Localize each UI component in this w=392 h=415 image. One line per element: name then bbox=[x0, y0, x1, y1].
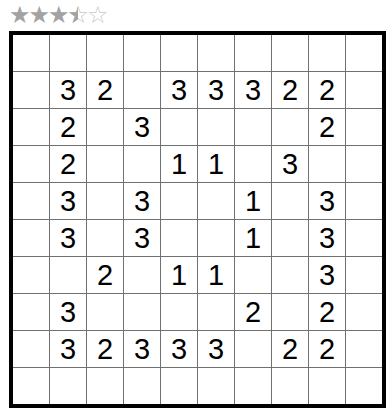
cell-r7c3: 2 bbox=[87, 257, 123, 293]
cell-r4c8: 3 bbox=[272, 146, 308, 182]
clue-number: 3 bbox=[60, 298, 76, 327]
cell-r10c8[interactable] bbox=[272, 368, 308, 404]
cell-r6c1[interactable] bbox=[13, 220, 49, 256]
cell-r6c2: 3 bbox=[50, 220, 86, 256]
cell-r2c7: 3 bbox=[235, 72, 271, 108]
cell-r4c5: 1 bbox=[161, 146, 197, 182]
cell-r8c3[interactable] bbox=[87, 294, 123, 330]
cell-r1c5[interactable] bbox=[161, 35, 197, 71]
clue-number: 3 bbox=[134, 224, 150, 253]
cell-r5c8[interactable] bbox=[272, 183, 308, 219]
cell-r9c8: 2 bbox=[272, 331, 308, 367]
cell-r1c3[interactable] bbox=[87, 35, 123, 71]
cell-r10c6[interactable] bbox=[198, 368, 234, 404]
star-icon-half: ☆★ bbox=[68, 1, 88, 29]
clue-number: 2 bbox=[245, 298, 261, 327]
cell-r8c5[interactable] bbox=[161, 294, 197, 330]
cell-r9c1[interactable] bbox=[13, 331, 49, 367]
puzzle-board: 323332223221133313331321133223233322 bbox=[9, 31, 386, 408]
cell-r4c2: 2 bbox=[50, 146, 86, 182]
clue-number: 3 bbox=[60, 224, 76, 253]
clue-number: 3 bbox=[134, 335, 150, 364]
cell-r3c2: 2 bbox=[50, 109, 86, 145]
cell-r9c10[interactable] bbox=[346, 331, 382, 367]
cell-r6c4: 3 bbox=[124, 220, 160, 256]
cell-r8c1[interactable] bbox=[13, 294, 49, 330]
cell-r7c9: 3 bbox=[309, 257, 345, 293]
cell-r7c5: 1 bbox=[161, 257, 197, 293]
cell-r6c5[interactable] bbox=[161, 220, 197, 256]
cell-r7c4[interactable] bbox=[124, 257, 160, 293]
cell-r9c4: 3 bbox=[124, 331, 160, 367]
cell-r10c10[interactable] bbox=[346, 368, 382, 404]
cell-r4c10[interactable] bbox=[346, 146, 382, 182]
cell-r1c7[interactable] bbox=[235, 35, 271, 71]
clue-number: 2 bbox=[319, 113, 335, 142]
cell-r1c10[interactable] bbox=[346, 35, 382, 71]
clue-number: 3 bbox=[319, 261, 335, 290]
cell-r3c9: 2 bbox=[309, 109, 345, 145]
cell-r3c8[interactable] bbox=[272, 109, 308, 145]
star-icon-full: ★ bbox=[9, 1, 29, 29]
cell-r10c3[interactable] bbox=[87, 368, 123, 404]
cell-r5c6[interactable] bbox=[198, 183, 234, 219]
cell-r8c10[interactable] bbox=[346, 294, 382, 330]
cell-r1c9[interactable] bbox=[309, 35, 345, 71]
cell-r4c3[interactable] bbox=[87, 146, 123, 182]
difficulty-rating: ★★★☆★☆ bbox=[9, 1, 107, 29]
cell-r2c8: 2 bbox=[272, 72, 308, 108]
cell-r2c3: 2 bbox=[87, 72, 123, 108]
cell-r2c2: 3 bbox=[50, 72, 86, 108]
clue-number: 3 bbox=[134, 113, 150, 142]
cell-r10c7[interactable] bbox=[235, 368, 271, 404]
clue-number: 3 bbox=[171, 76, 187, 105]
cell-r9c3: 2 bbox=[87, 331, 123, 367]
clue-number: 3 bbox=[208, 335, 224, 364]
cell-r2c10[interactable] bbox=[346, 72, 382, 108]
clue-number: 2 bbox=[319, 298, 335, 327]
cell-r7c6: 1 bbox=[198, 257, 234, 293]
cell-r7c1[interactable] bbox=[13, 257, 49, 293]
cell-r6c9: 3 bbox=[309, 220, 345, 256]
cell-r2c6: 3 bbox=[198, 72, 234, 108]
star-icon-empty: ☆ bbox=[87, 1, 107, 29]
cell-r8c9: 2 bbox=[309, 294, 345, 330]
cell-r7c8[interactable] bbox=[272, 257, 308, 293]
cell-r3c1[interactable] bbox=[13, 109, 49, 145]
clue-number: 3 bbox=[208, 76, 224, 105]
cell-r8c8[interactable] bbox=[272, 294, 308, 330]
clue-number: 3 bbox=[60, 76, 76, 105]
cell-r6c8[interactable] bbox=[272, 220, 308, 256]
cell-r9c9: 2 bbox=[309, 331, 345, 367]
cell-r6c6[interactable] bbox=[198, 220, 234, 256]
cell-r8c2: 3 bbox=[50, 294, 86, 330]
cell-r1c8[interactable] bbox=[272, 35, 308, 71]
star-icon-full: ★ bbox=[48, 1, 68, 29]
cell-r9c6: 3 bbox=[198, 331, 234, 367]
clue-number: 1 bbox=[208, 150, 224, 179]
cell-r1c2[interactable] bbox=[50, 35, 86, 71]
cell-r5c1[interactable] bbox=[13, 183, 49, 219]
clue-number: 3 bbox=[319, 224, 335, 253]
cell-r1c1[interactable] bbox=[13, 35, 49, 71]
cell-r3c3[interactable] bbox=[87, 109, 123, 145]
cell-r7c10[interactable] bbox=[346, 257, 382, 293]
clue-number: 3 bbox=[319, 187, 335, 216]
cell-r9c5: 3 bbox=[161, 331, 197, 367]
clue-number: 3 bbox=[60, 187, 76, 216]
cell-r10c2[interactable] bbox=[50, 368, 86, 404]
cell-r5c7: 1 bbox=[235, 183, 271, 219]
cell-r4c7[interactable] bbox=[235, 146, 271, 182]
cell-r9c2: 3 bbox=[50, 331, 86, 367]
cell-r4c1[interactable] bbox=[13, 146, 49, 182]
cell-r2c1[interactable] bbox=[13, 72, 49, 108]
cell-r8c4[interactable] bbox=[124, 294, 160, 330]
clue-number: 2 bbox=[97, 335, 113, 364]
cell-r7c7[interactable] bbox=[235, 257, 271, 293]
star-icon-half-fill: ★ bbox=[68, 1, 79, 29]
cell-r4c4[interactable] bbox=[124, 146, 160, 182]
cell-r8c7: 2 bbox=[235, 294, 271, 330]
clue-number: 3 bbox=[282, 150, 298, 179]
cell-r3c5[interactable] bbox=[161, 109, 197, 145]
cell-r5c10[interactable] bbox=[346, 183, 382, 219]
clue-number: 3 bbox=[245, 76, 261, 105]
cell-r5c2: 3 bbox=[50, 183, 86, 219]
cell-r10c5[interactable] bbox=[161, 368, 197, 404]
clue-number: 2 bbox=[282, 76, 298, 105]
cell-r9c7[interactable] bbox=[235, 331, 271, 367]
cell-r5c4: 3 bbox=[124, 183, 160, 219]
cell-r1c6[interactable] bbox=[198, 35, 234, 71]
cell-r5c3[interactable] bbox=[87, 183, 123, 219]
cell-r4c6: 1 bbox=[198, 146, 234, 182]
cell-r2c9: 2 bbox=[309, 72, 345, 108]
cell-r10c1[interactable] bbox=[13, 368, 49, 404]
clue-number: 1 bbox=[245, 224, 261, 253]
cell-r6c3[interactable] bbox=[87, 220, 123, 256]
clue-number: 1 bbox=[208, 261, 224, 290]
cell-r3c7[interactable] bbox=[235, 109, 271, 145]
cell-r1c4[interactable] bbox=[124, 35, 160, 71]
cell-r5c5[interactable] bbox=[161, 183, 197, 219]
cell-r3c6[interactable] bbox=[198, 109, 234, 145]
clue-number: 3 bbox=[60, 335, 76, 364]
cell-r5c9: 3 bbox=[309, 183, 345, 219]
cell-r2c5: 3 bbox=[161, 72, 197, 108]
cell-r6c7: 1 bbox=[235, 220, 271, 256]
clue-number: 2 bbox=[97, 261, 113, 290]
cell-r2c4[interactable] bbox=[124, 72, 160, 108]
clue-number: 1 bbox=[171, 150, 187, 179]
clue-number: 2 bbox=[60, 150, 76, 179]
clue-number: 2 bbox=[319, 76, 335, 105]
clue-number: 2 bbox=[97, 76, 113, 105]
clue-number: 3 bbox=[134, 187, 150, 216]
clue-number: 3 bbox=[171, 335, 187, 364]
clue-number: 1 bbox=[245, 187, 261, 216]
cell-r6c10[interactable] bbox=[346, 220, 382, 256]
clue-number: 1 bbox=[171, 261, 187, 290]
clue-number: 2 bbox=[319, 335, 335, 364]
cell-r10c9[interactable] bbox=[309, 368, 345, 404]
clue-number: 2 bbox=[60, 113, 76, 142]
cell-r10c4[interactable] bbox=[124, 368, 160, 404]
cell-r4c9[interactable] bbox=[309, 146, 345, 182]
cell-r7c2[interactable] bbox=[50, 257, 86, 293]
cell-r8c6[interactable] bbox=[198, 294, 234, 330]
clue-number: 2 bbox=[282, 335, 298, 364]
star-icon-full: ★ bbox=[29, 1, 49, 29]
cell-r3c10[interactable] bbox=[346, 109, 382, 145]
cell-r3c4: 3 bbox=[124, 109, 160, 145]
